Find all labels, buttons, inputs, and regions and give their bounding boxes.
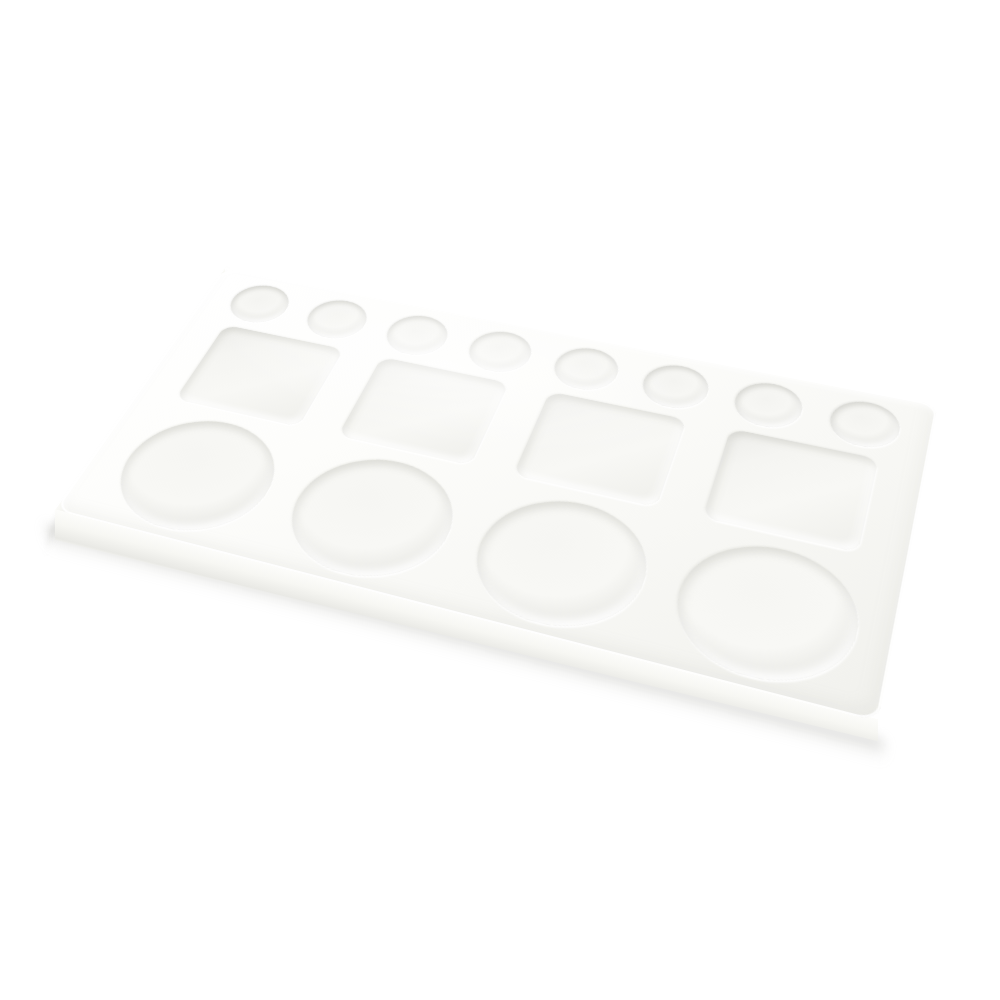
small-round-well [547, 343, 625, 394]
square-mixing-well [338, 357, 509, 465]
square-mixing-well [702, 429, 878, 553]
small-round-well [378, 311, 455, 359]
small-round-well [298, 296, 375, 343]
square-mixing-well [513, 392, 687, 508]
small-round-well [636, 360, 714, 413]
large-round-well [94, 408, 298, 545]
large-round-well [455, 487, 664, 645]
small-round-well [729, 378, 807, 433]
small-round-well [221, 281, 297, 327]
large-round-well [267, 446, 473, 593]
square-mixing-well [175, 325, 344, 427]
small-round-well [825, 396, 904, 453]
product-photo-canvas [0, 0, 1000, 1000]
small-round-well [461, 327, 538, 377]
